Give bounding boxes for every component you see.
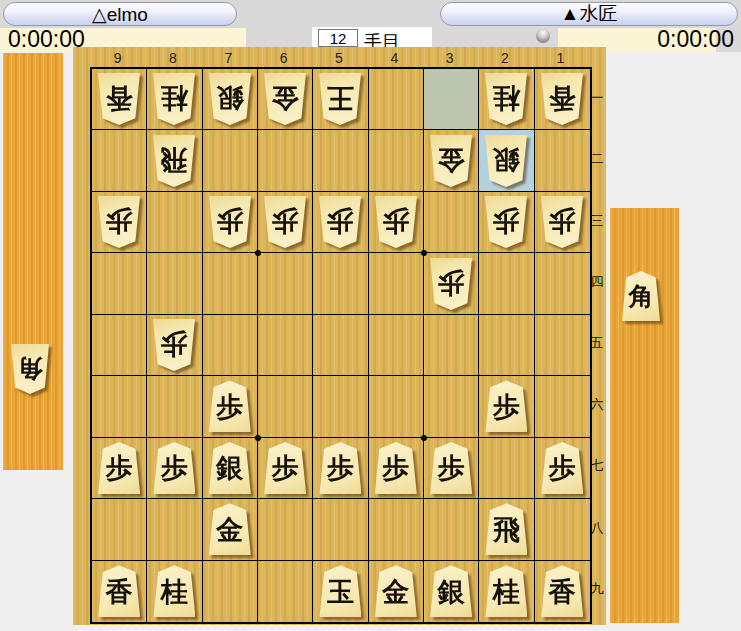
board-cell-8六[interactable]	[147, 376, 202, 437]
board-cell-7五[interactable]	[203, 315, 258, 376]
file-label: 6	[256, 49, 311, 67]
piece-face: 桂	[485, 73, 527, 125]
board-cell-4六[interactable]	[369, 376, 424, 437]
shogi-piece-歩[interactable]: 歩	[485, 196, 527, 248]
board-cell-6八[interactable]	[258, 499, 313, 560]
board-cell-4一[interactable]	[369, 69, 424, 130]
hoshi-dot	[255, 435, 261, 441]
shogi-piece-歩[interactable]: 歩	[430, 442, 472, 494]
board-cell-1四[interactable]	[535, 253, 590, 314]
board-cell-7一[interactable]: 銀	[203, 69, 258, 130]
board-cell-2二[interactable]: 銀	[479, 130, 534, 191]
hoshi-dot	[421, 250, 427, 256]
piece-face: 金	[375, 565, 417, 617]
shogi-piece-歩[interactable]: 歩	[375, 196, 417, 248]
piece-face: 銀	[430, 565, 472, 617]
piece-face: 歩	[541, 196, 583, 248]
piece-face: 香	[541, 565, 583, 617]
board-cell-1六[interactable]	[535, 376, 590, 437]
rank-label: 五	[589, 313, 605, 374]
shogi-piece-歩[interactable]: 歩	[98, 196, 140, 248]
gote-captured-pieces-stand[interactable]: 角	[3, 53, 63, 470]
board-cell-2九[interactable]: 桂	[479, 561, 534, 622]
piece-face: 歩	[541, 442, 583, 494]
piece-face: 香	[541, 73, 583, 125]
board-cell-3三[interactable]	[424, 192, 479, 253]
shogi-piece-歩[interactable]: 歩	[264, 196, 306, 248]
shogi-piece-飛[interactable]: 飛	[485, 503, 527, 555]
board-cell-3七[interactable]: 歩	[424, 438, 479, 499]
piece-face: 歩	[430, 258, 472, 310]
board-cell-3八[interactable]	[424, 499, 479, 560]
board-cell-4四[interactable]	[369, 253, 424, 314]
shogi-piece-銀[interactable]: 銀	[485, 135, 527, 187]
shogi-piece-歩[interactable]: 歩	[319, 442, 361, 494]
board-cell-5五[interactable]	[313, 315, 368, 376]
piece-face: 歩	[375, 196, 417, 248]
shogi-piece-桂[interactable]: 桂	[485, 565, 527, 617]
board-cell-7八[interactable]: 金	[203, 499, 258, 560]
piece-face: 歩	[485, 196, 527, 248]
file-label: 7	[201, 49, 256, 67]
board-cell-9二[interactable]	[92, 130, 147, 191]
piece-face: 銀	[209, 442, 251, 494]
board-cell-6二[interactable]	[258, 130, 313, 191]
board-cell-9五[interactable]	[92, 315, 147, 376]
board-cell-9一[interactable]: 香	[92, 69, 147, 130]
piece-face: 角	[11, 344, 49, 394]
shogi-piece-歩[interactable]: 歩	[153, 319, 195, 371]
shogi-piece-歩[interactable]: 歩	[209, 380, 251, 432]
board-cell-5四[interactable]	[313, 253, 368, 314]
board-cell-9九[interactable]: 香	[92, 561, 147, 622]
sente-clock: 0:00:00	[616, 27, 734, 52]
rank-label: 四	[589, 251, 605, 312]
sente-player-button[interactable]: ▲水匠	[440, 2, 738, 26]
board-cell-5二[interactable]	[313, 130, 368, 191]
shogi-piece-歩[interactable]: 歩	[485, 380, 527, 432]
board-cell-5一[interactable]: 王	[313, 69, 368, 130]
piece-face: 銀	[209, 73, 251, 125]
piece-face: 歩	[209, 380, 251, 432]
board-cell-4五[interactable]	[369, 315, 424, 376]
shogi-piece-歩[interactable]: 歩	[264, 442, 306, 494]
board-cell-7三[interactable]: 歩	[203, 192, 258, 253]
rank-label: 二	[589, 128, 605, 189]
board-cell-5六[interactable]	[313, 376, 368, 437]
board-grid: 香桂銀金王桂香飛金銀歩歩歩歩歩歩歩歩歩歩歩歩歩銀歩歩歩歩歩金飛香桂玉金銀桂香	[90, 67, 592, 624]
board-cell-9八[interactable]	[92, 499, 147, 560]
rank-label: 八	[589, 497, 605, 558]
piece-face: 銀	[485, 135, 527, 187]
board-cell-3九[interactable]: 銀	[424, 561, 479, 622]
shogi-piece-歩[interactable]: 歩	[319, 196, 361, 248]
board-cell-7九[interactable]	[203, 561, 258, 622]
board-cell-8四[interactable]	[147, 253, 202, 314]
file-label: 2	[477, 49, 532, 67]
board-cell-1五[interactable]	[535, 315, 590, 376]
board-cell-8三[interactable]	[147, 192, 202, 253]
board-cell-4三[interactable]: 歩	[369, 192, 424, 253]
shogi-piece-香[interactable]: 香	[98, 565, 140, 617]
file-label: 5	[311, 49, 366, 67]
shogi-piece-玉[interactable]: 玉	[319, 565, 361, 617]
shogi-piece-桂[interactable]: 桂	[153, 565, 195, 617]
file-label: 8	[145, 49, 200, 67]
board-cell-4七[interactable]: 歩	[369, 438, 424, 499]
shogi-piece-金[interactable]: 金	[430, 135, 472, 187]
board-cell-2七[interactable]	[479, 438, 534, 499]
piece-face: 王	[319, 73, 361, 125]
piece-face: 歩	[153, 319, 195, 371]
rank-label: 一	[589, 67, 605, 128]
hoshi-dot	[421, 435, 427, 441]
piece-face: 桂	[153, 73, 195, 125]
piece-face: 金	[209, 503, 251, 555]
board-cell-6四[interactable]	[258, 253, 313, 314]
piece-face: 歩	[153, 442, 195, 494]
rank-coordinates: 一二三四五六七八九	[589, 67, 605, 620]
shogi-piece-歩[interactable]: 歩	[209, 196, 251, 248]
file-label: 3	[422, 49, 477, 67]
rank-label: 九	[589, 559, 605, 620]
board-cell-9六[interactable]	[92, 376, 147, 437]
piece-face: 飛	[485, 503, 527, 555]
piece-face: 香	[98, 565, 140, 617]
board-cell-8七[interactable]: 歩	[147, 438, 202, 499]
board-cell-1七[interactable]: 歩	[535, 438, 590, 499]
board-cell-5七[interactable]: 歩	[313, 438, 368, 499]
board-cell-8一[interactable]: 桂	[147, 69, 202, 130]
shogi-piece-香[interactable]: 香	[541, 73, 583, 125]
shogi-piece-桂[interactable]: 桂	[485, 73, 527, 125]
shogi-piece-歩[interactable]: 歩	[430, 258, 472, 310]
board-cell-1三[interactable]: 歩	[535, 192, 590, 253]
board-cell-1二[interactable]	[535, 130, 590, 191]
board-cell-3一[interactable]	[424, 69, 479, 130]
piece-face: 金	[430, 135, 472, 187]
hoshi-dot	[255, 250, 261, 256]
piece-face: 飛	[153, 135, 195, 187]
shogi-piece-銀[interactable]: 銀	[209, 73, 251, 125]
board-cell-8八[interactable]	[147, 499, 202, 560]
board-cell-9七[interactable]: 歩	[92, 438, 147, 499]
piece-face: 歩	[209, 196, 251, 248]
board-cell-3五[interactable]	[424, 315, 479, 376]
board-cell-6九[interactable]	[258, 561, 313, 622]
shogi-piece-歩[interactable]: 歩	[541, 196, 583, 248]
board-cell-9三[interactable]: 歩	[92, 192, 147, 253]
board-cell-2三[interactable]: 歩	[479, 192, 534, 253]
board-cell-9四[interactable]	[92, 253, 147, 314]
board-cell-2五[interactable]	[479, 315, 534, 376]
board-cell-4二[interactable]	[369, 130, 424, 191]
piece-face: 歩	[98, 442, 140, 494]
board-cell-7四[interactable]	[203, 253, 258, 314]
turn-indicator-icon	[536, 29, 550, 43]
board-cell-5八[interactable]	[313, 499, 368, 560]
piece-face: 角	[622, 271, 660, 321]
shogi-piece-金[interactable]: 金	[264, 73, 306, 125]
board-cell-2四[interactable]	[479, 253, 534, 314]
board-cell-6五[interactable]	[258, 315, 313, 376]
shogi-piece-桂[interactable]: 桂	[153, 73, 195, 125]
shogi-app-window: △elmo ▲水匠 0:00:00 0:00:00 12 手目 98765432…	[0, 0, 741, 631]
shogi-board: 987654321 香桂銀金王桂香飛金銀歩歩歩歩歩歩歩歩歩歩歩歩歩銀歩歩歩歩歩金…	[73, 47, 606, 625]
board-cell-3二[interactable]: 金	[424, 130, 479, 191]
board-cell-2六[interactable]: 歩	[479, 376, 534, 437]
piece-face: 歩	[319, 442, 361, 494]
shogi-piece-歩[interactable]: 歩	[541, 442, 583, 494]
piece-face: 歩	[264, 196, 306, 248]
board-cell-8二[interactable]: 飛	[147, 130, 202, 191]
rank-label: 六	[589, 374, 605, 435]
board-cell-6六[interactable]	[258, 376, 313, 437]
move-number-field[interactable]: 12	[318, 29, 358, 47]
board-cell-7七[interactable]: 銀	[203, 438, 258, 499]
gote-player-button[interactable]: △elmo	[3, 2, 237, 26]
piece-face: 歩	[430, 442, 472, 494]
shogi-piece-金[interactable]: 金	[375, 565, 417, 617]
shogi-piece-王[interactable]: 王	[319, 73, 361, 125]
shogi-piece-歩[interactable]: 歩	[153, 442, 195, 494]
board-cell-7二[interactable]	[203, 130, 258, 191]
shogi-piece-香[interactable]: 香	[541, 565, 583, 617]
piece-face: 金	[264, 73, 306, 125]
board-cell-5九[interactable]: 玉	[313, 561, 368, 622]
shogi-piece-歩[interactable]: 歩	[375, 442, 417, 494]
hand-piece-角[interactable]: 角	[11, 344, 49, 394]
file-coordinates: 987654321	[90, 49, 588, 67]
file-label: 9	[90, 49, 145, 67]
piece-face: 歩	[264, 442, 306, 494]
board-cell-2八[interactable]: 飛	[479, 499, 534, 560]
rank-label: 三	[589, 190, 605, 251]
shogi-piece-歩[interactable]: 歩	[98, 442, 140, 494]
board-cell-4九[interactable]: 金	[369, 561, 424, 622]
board-cell-5三[interactable]: 歩	[313, 192, 368, 253]
file-label: 1	[533, 49, 588, 67]
piece-face: 香	[98, 73, 140, 125]
hand-piece-角[interactable]: 角	[622, 271, 660, 321]
board-cell-7六[interactable]: 歩	[203, 376, 258, 437]
shogi-piece-香[interactable]: 香	[98, 73, 140, 125]
board-cell-3六[interactable]	[424, 376, 479, 437]
board-cell-1八[interactable]	[535, 499, 590, 560]
piece-face: 歩	[319, 196, 361, 248]
board-cell-1一[interactable]: 香	[535, 69, 590, 130]
piece-face: 玉	[319, 565, 361, 617]
board-cell-3四[interactable]: 歩	[424, 253, 479, 314]
shogi-piece-金[interactable]: 金	[209, 503, 251, 555]
shogi-piece-銀[interactable]: 銀	[209, 442, 251, 494]
shogi-piece-飛[interactable]: 飛	[153, 135, 195, 187]
board-cell-2一[interactable]: 桂	[479, 69, 534, 130]
shogi-piece-銀[interactable]: 銀	[430, 565, 472, 617]
piece-face: 歩	[485, 380, 527, 432]
piece-face: 桂	[153, 565, 195, 617]
rank-label: 七	[589, 436, 605, 497]
piece-face: 歩	[375, 442, 417, 494]
piece-face: 桂	[485, 565, 527, 617]
board-cell-8九[interactable]: 桂	[147, 561, 202, 622]
board-cell-6七[interactable]: 歩	[258, 438, 313, 499]
board-cell-6一[interactable]: 金	[258, 69, 313, 130]
board-cell-6三[interactable]: 歩	[258, 192, 313, 253]
sente-captured-pieces-stand[interactable]: 角	[610, 208, 679, 623]
file-label: 4	[367, 49, 422, 67]
board-cell-1九[interactable]: 香	[535, 561, 590, 622]
board-cell-4八[interactable]	[369, 499, 424, 560]
board-cell-8五[interactable]: 歩	[147, 315, 202, 376]
piece-face: 歩	[98, 196, 140, 248]
